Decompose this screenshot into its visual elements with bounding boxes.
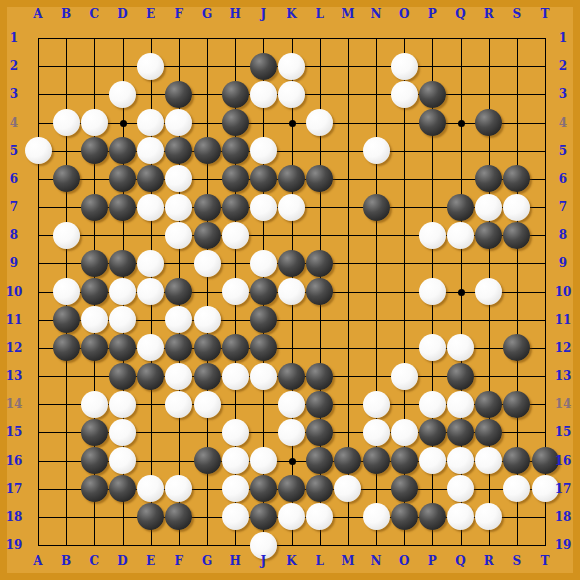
stone-black[interactable] bbox=[363, 447, 390, 474]
stone-white[interactable] bbox=[503, 475, 530, 502]
stone-black[interactable] bbox=[419, 81, 446, 108]
coordinate-label: 17 bbox=[6, 483, 23, 495]
stone-black[interactable] bbox=[306, 475, 333, 502]
coordinate-label: R bbox=[484, 8, 494, 20]
stone-black[interactable] bbox=[447, 194, 474, 221]
stone-white[interactable] bbox=[109, 447, 136, 474]
stone-black[interactable] bbox=[137, 165, 164, 192]
stone-black[interactable] bbox=[278, 475, 305, 502]
stone-white[interactable] bbox=[165, 165, 192, 192]
stone-black[interactable] bbox=[165, 334, 192, 361]
stone-white[interactable] bbox=[278, 391, 305, 418]
coordinate-label: G bbox=[202, 8, 212, 20]
stone-white[interactable] bbox=[81, 306, 108, 333]
hoshi-point bbox=[458, 120, 465, 127]
coordinate-label: 4 bbox=[10, 117, 18, 129]
coordinate-label: 8 bbox=[10, 229, 18, 241]
stone-white[interactable] bbox=[475, 278, 502, 305]
coordinate-label: 12 bbox=[555, 342, 572, 354]
stone-white[interactable] bbox=[137, 334, 164, 361]
coordinate-label: B bbox=[61, 555, 71, 567]
coordinate-label: 13 bbox=[6, 370, 23, 382]
stone-white[interactable] bbox=[447, 447, 474, 474]
stone-black[interactable] bbox=[503, 447, 530, 474]
coordinate-label: 7 bbox=[559, 201, 567, 213]
coordinate-label: 5 bbox=[559, 145, 567, 157]
coordinate-label: 1 bbox=[10, 32, 18, 44]
stone-black[interactable] bbox=[53, 165, 80, 192]
stone-white[interactable] bbox=[222, 278, 249, 305]
coordinate-label: D bbox=[117, 8, 127, 20]
stone-black[interactable] bbox=[165, 278, 192, 305]
stone-white[interactable] bbox=[363, 391, 390, 418]
stone-black[interactable] bbox=[447, 419, 474, 446]
coordinate-label: P bbox=[428, 555, 437, 567]
stone-white[interactable] bbox=[250, 81, 277, 108]
stone-black[interactable] bbox=[306, 419, 333, 446]
stone-black[interactable] bbox=[81, 419, 108, 446]
stone-white[interactable] bbox=[194, 250, 221, 277]
coordinate-label: 16 bbox=[555, 455, 572, 467]
stone-black[interactable] bbox=[250, 278, 277, 305]
coordinate-label: E bbox=[146, 8, 155, 20]
stone-black[interactable] bbox=[306, 447, 333, 474]
stone-black[interactable] bbox=[475, 419, 502, 446]
coordinate-label: 15 bbox=[6, 426, 23, 438]
stone-white[interactable] bbox=[53, 109, 80, 136]
stone-black[interactable] bbox=[109, 475, 136, 502]
stone-white[interactable] bbox=[109, 419, 136, 446]
coordinate-label: H bbox=[229, 555, 240, 567]
coordinate-label: 6 bbox=[10, 173, 18, 185]
coordinate-label: E bbox=[146, 555, 155, 567]
stone-white[interactable] bbox=[475, 503, 502, 530]
stone-black[interactable] bbox=[475, 222, 502, 249]
stone-black[interactable] bbox=[391, 447, 418, 474]
stone-black[interactable] bbox=[306, 278, 333, 305]
stone-white[interactable] bbox=[306, 109, 333, 136]
coordinate-label: 9 bbox=[559, 257, 567, 269]
stone-white[interactable] bbox=[391, 53, 418, 80]
hoshi-point bbox=[289, 458, 296, 465]
stone-black[interactable] bbox=[165, 503, 192, 530]
stone-white[interactable] bbox=[222, 222, 249, 249]
coordinate-label: C bbox=[90, 8, 100, 20]
stone-black[interactable] bbox=[81, 334, 108, 361]
stone-white[interactable] bbox=[109, 391, 136, 418]
coordinate-label: 3 bbox=[559, 88, 567, 100]
stone-white[interactable] bbox=[391, 419, 418, 446]
stone-black[interactable] bbox=[503, 165, 530, 192]
coordinate-label: 14 bbox=[555, 398, 572, 410]
coordinate-label: 2 bbox=[559, 60, 567, 72]
stone-white[interactable] bbox=[137, 194, 164, 221]
stone-black[interactable] bbox=[81, 137, 108, 164]
coordinate-label: C bbox=[90, 555, 100, 567]
stone-black[interactable] bbox=[391, 475, 418, 502]
hoshi-point bbox=[458, 289, 465, 296]
stone-black[interactable] bbox=[222, 109, 249, 136]
stone-white[interactable] bbox=[391, 81, 418, 108]
stone-black[interactable] bbox=[503, 222, 530, 249]
coordinate-label: O bbox=[399, 555, 409, 567]
stone-black[interactable] bbox=[306, 391, 333, 418]
stone-black[interactable] bbox=[194, 137, 221, 164]
coordinate-label: H bbox=[229, 8, 240, 20]
stone-white[interactable] bbox=[165, 194, 192, 221]
grid-line bbox=[38, 545, 546, 546]
coordinate-label: 11 bbox=[6, 314, 23, 326]
coordinate-label: M bbox=[341, 8, 354, 20]
coordinate-label: A bbox=[33, 555, 42, 567]
coordinate-label: L bbox=[315, 8, 323, 20]
stone-white[interactable] bbox=[250, 137, 277, 164]
stone-black[interactable] bbox=[81, 250, 108, 277]
stone-white[interactable] bbox=[109, 278, 136, 305]
coordinate-label: O bbox=[399, 8, 409, 20]
stone-black[interactable] bbox=[194, 334, 221, 361]
coordinate-label: K bbox=[286, 555, 296, 567]
stone-black[interactable] bbox=[278, 250, 305, 277]
stone-white[interactable] bbox=[250, 194, 277, 221]
stone-white[interactable] bbox=[137, 250, 164, 277]
stone-black[interactable] bbox=[475, 165, 502, 192]
coordinate-label: 15 bbox=[555, 426, 572, 438]
stone-black[interactable] bbox=[475, 109, 502, 136]
stone-black[interactable] bbox=[250, 503, 277, 530]
coordinate-label: 6 bbox=[559, 173, 567, 185]
stone-white[interactable] bbox=[419, 334, 446, 361]
stone-black[interactable] bbox=[165, 137, 192, 164]
stone-white[interactable] bbox=[250, 363, 277, 390]
coordinate-label: T bbox=[541, 555, 550, 567]
stone-black[interactable] bbox=[137, 503, 164, 530]
stone-white[interactable] bbox=[391, 363, 418, 390]
stone-black[interactable] bbox=[250, 475, 277, 502]
stone-black[interactable] bbox=[109, 165, 136, 192]
stone-black[interactable] bbox=[503, 334, 530, 361]
stone-black[interactable] bbox=[447, 363, 474, 390]
coordinate-label: S bbox=[512, 555, 521, 567]
stone-white[interactable] bbox=[194, 306, 221, 333]
coordinate-label: F bbox=[175, 555, 184, 567]
stone-white[interactable] bbox=[53, 278, 80, 305]
stone-white[interactable] bbox=[447, 475, 474, 502]
stone-white[interactable] bbox=[503, 194, 530, 221]
stone-white[interactable] bbox=[137, 278, 164, 305]
coordinate-label: M bbox=[341, 555, 354, 567]
coordinate-label: 1 bbox=[559, 32, 567, 44]
go-board-app: AABBCCDDEEFFGGHHJJKKLLMMNNOOPPQQRRSSTT11… bbox=[0, 0, 580, 580]
coordinate-label: 19 bbox=[555, 539, 572, 551]
coordinate-label: 13 bbox=[555, 370, 572, 382]
coordinate-label: R bbox=[484, 555, 494, 567]
coordinate-label: S bbox=[512, 8, 521, 20]
coordinate-label: G bbox=[202, 555, 212, 567]
stone-white[interactable] bbox=[53, 222, 80, 249]
stone-white[interactable] bbox=[165, 391, 192, 418]
stone-white[interactable] bbox=[447, 222, 474, 249]
stone-white[interactable] bbox=[109, 306, 136, 333]
stone-black[interactable] bbox=[81, 194, 108, 221]
stone-black[interactable] bbox=[306, 165, 333, 192]
stone-white[interactable] bbox=[250, 250, 277, 277]
coordinate-label: 9 bbox=[10, 257, 18, 269]
stone-white[interactable] bbox=[278, 278, 305, 305]
stone-white[interactable] bbox=[165, 306, 192, 333]
stone-white[interactable] bbox=[194, 391, 221, 418]
stone-black[interactable] bbox=[306, 250, 333, 277]
stone-white[interactable] bbox=[278, 53, 305, 80]
stone-white[interactable] bbox=[447, 391, 474, 418]
coordinate-label: 7 bbox=[10, 201, 18, 213]
coordinate-label: 18 bbox=[6, 511, 23, 523]
stone-white[interactable] bbox=[419, 447, 446, 474]
stone-white[interactable] bbox=[278, 503, 305, 530]
coordinate-label: 10 bbox=[555, 286, 572, 298]
stone-black[interactable] bbox=[222, 334, 249, 361]
stone-white[interactable] bbox=[447, 503, 474, 530]
stone-black[interactable] bbox=[53, 306, 80, 333]
stone-black[interactable] bbox=[81, 475, 108, 502]
stone-black[interactable] bbox=[250, 53, 277, 80]
stone-white[interactable] bbox=[222, 475, 249, 502]
stone-white[interactable] bbox=[165, 363, 192, 390]
stone-white[interactable] bbox=[334, 475, 361, 502]
coordinate-label: 14 bbox=[6, 398, 23, 410]
stone-black[interactable] bbox=[194, 194, 221, 221]
stone-black[interactable] bbox=[278, 165, 305, 192]
stone-white[interactable] bbox=[363, 137, 390, 164]
stone-white[interactable] bbox=[306, 503, 333, 530]
stone-black[interactable] bbox=[194, 222, 221, 249]
coordinate-label: 19 bbox=[6, 539, 23, 551]
stone-black[interactable] bbox=[81, 278, 108, 305]
coordinate-label: 17 bbox=[555, 483, 572, 495]
coordinate-label: 12 bbox=[6, 342, 23, 354]
stone-white[interactable] bbox=[363, 503, 390, 530]
stone-white[interactable] bbox=[278, 419, 305, 446]
coordinate-label: N bbox=[371, 555, 382, 567]
go-board[interactable]: AABBCCDDEEFFGGHHJJKKLLMMNNOOPPQQRRSSTT11… bbox=[7, 7, 573, 573]
stone-white[interactable] bbox=[419, 278, 446, 305]
stone-black[interactable] bbox=[250, 306, 277, 333]
coordinate-label: Q bbox=[455, 555, 465, 567]
stone-white[interactable] bbox=[278, 81, 305, 108]
coordinate-label: 10 bbox=[6, 286, 23, 298]
coordinate-label: T bbox=[541, 8, 550, 20]
stone-white[interactable] bbox=[222, 447, 249, 474]
coordinate-label: P bbox=[428, 8, 437, 20]
stone-white[interactable] bbox=[475, 194, 502, 221]
stone-black[interactable] bbox=[109, 250, 136, 277]
stone-white[interactable] bbox=[137, 137, 164, 164]
stone-black[interactable] bbox=[419, 503, 446, 530]
stone-white[interactable] bbox=[137, 109, 164, 136]
stone-white[interactable] bbox=[475, 447, 502, 474]
stone-white[interactable] bbox=[137, 475, 164, 502]
coordinate-label: F bbox=[175, 8, 184, 20]
stone-black[interactable] bbox=[165, 81, 192, 108]
coordinate-label: 4 bbox=[559, 117, 567, 129]
coordinate-label: 18 bbox=[555, 511, 572, 523]
stone-white[interactable] bbox=[165, 475, 192, 502]
stone-black[interactable] bbox=[419, 109, 446, 136]
stone-black[interactable] bbox=[194, 363, 221, 390]
coordinate-label: 11 bbox=[555, 314, 572, 326]
stone-white[interactable] bbox=[250, 447, 277, 474]
stone-black[interactable] bbox=[109, 363, 136, 390]
stone-black[interactable] bbox=[278, 363, 305, 390]
stone-black[interactable] bbox=[109, 334, 136, 361]
stone-white[interactable] bbox=[165, 109, 192, 136]
stone-black[interactable] bbox=[222, 194, 249, 221]
stone-black[interactable] bbox=[222, 81, 249, 108]
coordinate-label: J bbox=[260, 8, 266, 20]
coordinate-label: N bbox=[371, 8, 382, 20]
stone-black[interactable] bbox=[137, 363, 164, 390]
stone-black[interactable] bbox=[419, 419, 446, 446]
stone-white[interactable] bbox=[419, 222, 446, 249]
coordinate-label: A bbox=[33, 8, 42, 20]
stone-black[interactable] bbox=[53, 334, 80, 361]
stone-black[interactable] bbox=[222, 165, 249, 192]
hoshi-point bbox=[289, 120, 296, 127]
coordinate-label: K bbox=[286, 8, 296, 20]
stone-black[interactable] bbox=[250, 165, 277, 192]
coordinate-label: L bbox=[315, 555, 323, 567]
hoshi-point bbox=[120, 120, 127, 127]
coordinate-label: J bbox=[260, 555, 266, 567]
coordinate-label: Q bbox=[455, 8, 465, 20]
stone-white[interactable] bbox=[137, 53, 164, 80]
stone-white[interactable] bbox=[165, 222, 192, 249]
stone-white[interactable] bbox=[222, 503, 249, 530]
stone-black[interactable] bbox=[363, 194, 390, 221]
stone-black[interactable] bbox=[250, 334, 277, 361]
stone-white[interactable] bbox=[447, 334, 474, 361]
stone-white[interactable] bbox=[363, 419, 390, 446]
stone-white[interactable] bbox=[81, 109, 108, 136]
coordinate-label: D bbox=[117, 555, 127, 567]
stone-white[interactable] bbox=[278, 194, 305, 221]
stone-black[interactable] bbox=[475, 391, 502, 418]
stone-black[interactable] bbox=[503, 391, 530, 418]
stone-white[interactable] bbox=[25, 137, 52, 164]
stone-white[interactable] bbox=[222, 363, 249, 390]
coordinate-label: 3 bbox=[10, 88, 18, 100]
stone-black[interactable] bbox=[109, 194, 136, 221]
coordinate-label: 8 bbox=[559, 229, 567, 241]
stone-black[interactable] bbox=[306, 363, 333, 390]
stone-white[interactable] bbox=[109, 81, 136, 108]
coordinate-label: 2 bbox=[10, 60, 18, 72]
stone-white[interactable] bbox=[419, 391, 446, 418]
coordinate-label: B bbox=[61, 8, 71, 20]
stone-black[interactable] bbox=[222, 137, 249, 164]
stone-black[interactable] bbox=[334, 447, 361, 474]
stone-black[interactable] bbox=[81, 447, 108, 474]
stone-white[interactable] bbox=[81, 391, 108, 418]
coordinate-label: 5 bbox=[10, 145, 18, 157]
stone-black[interactable] bbox=[391, 503, 418, 530]
coordinate-label: 16 bbox=[6, 455, 23, 467]
stone-black[interactable] bbox=[109, 137, 136, 164]
stone-black[interactable] bbox=[194, 447, 221, 474]
stone-white[interactable] bbox=[222, 419, 249, 446]
